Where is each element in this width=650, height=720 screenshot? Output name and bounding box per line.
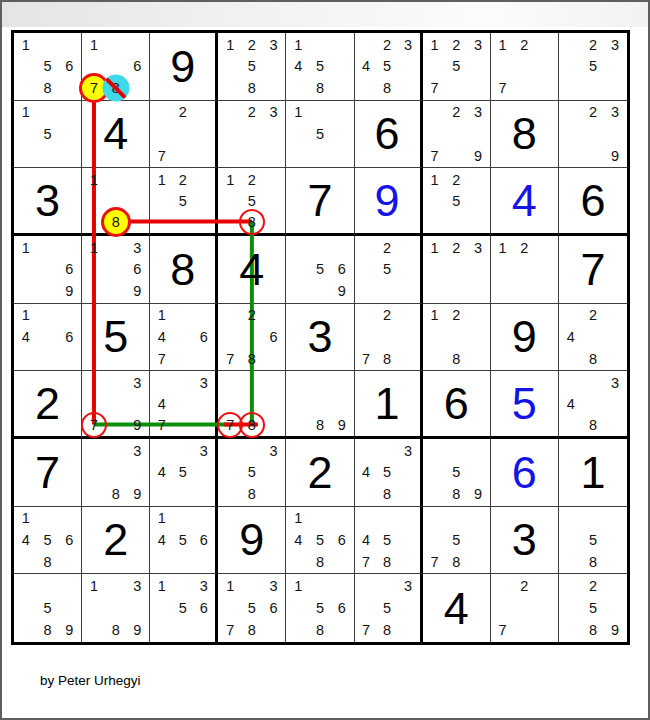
cell-r7c3[interactable]: 345 xyxy=(150,439,218,507)
cell-r4c8[interactable]: 12 xyxy=(491,236,559,304)
candidate: 2 xyxy=(452,172,460,188)
candidate-slot xyxy=(424,508,446,530)
cell-r2c6[interactable]: 6 xyxy=(355,101,423,169)
candidate: 5 xyxy=(248,600,256,616)
candidate-slot: 5 xyxy=(37,56,59,78)
candidate-slot xyxy=(560,619,582,641)
candidate: 6 xyxy=(270,329,278,345)
candidate: 7 xyxy=(226,417,234,433)
candidate: 6 xyxy=(200,329,208,345)
cell-r3c1[interactable]: 3 xyxy=(14,168,82,236)
cell-r7c6[interactable]: 3458 xyxy=(355,439,423,507)
candidate-slot: 4 xyxy=(15,326,37,348)
candidate-slot: 4 xyxy=(287,529,309,551)
candidate-slot xyxy=(241,575,263,597)
candidate-slot: 8 xyxy=(241,211,263,232)
candidate-slot: 8 xyxy=(105,483,127,505)
candidate: 3 xyxy=(474,240,482,256)
candidate-slot xyxy=(377,440,398,462)
cell-r6c5[interactable]: 89 xyxy=(286,371,354,439)
candidate: 8 xyxy=(112,486,120,502)
candidate-slot: 8 xyxy=(309,551,331,573)
candidate: 7 xyxy=(362,622,370,638)
candidate-slot xyxy=(309,393,331,414)
cell-r2c2[interactable]: 4 xyxy=(82,101,150,169)
candidate: 4 xyxy=(362,58,370,74)
candidate-slot: 4 xyxy=(151,462,172,484)
cell-r7c4[interactable]: 358 xyxy=(218,439,286,507)
candidate-slot: 3 xyxy=(263,575,285,597)
candidate: 5 xyxy=(589,600,597,616)
candidate: 3 xyxy=(133,443,141,459)
candidate-grid: 1568 xyxy=(287,575,352,641)
candidate-slot xyxy=(172,145,193,167)
candidate-slot xyxy=(582,372,604,393)
candidate-slot: 2 xyxy=(582,305,604,327)
candidate: 4 xyxy=(158,532,166,548)
candidate-slot xyxy=(83,259,105,281)
candidate-slot: 3 xyxy=(398,34,419,56)
cell-r3c3[interactable]: 125 xyxy=(150,168,218,236)
candidate-slot xyxy=(15,597,37,619)
cell-r7c9[interactable]: 1 xyxy=(559,439,627,507)
candidate: 6 xyxy=(65,261,73,277)
candidate: 1 xyxy=(22,240,30,256)
candidate-grid: 2379 xyxy=(424,102,489,167)
candidate: 1 xyxy=(430,307,438,323)
candidate-slot xyxy=(331,393,353,414)
candidate: 4 xyxy=(294,58,302,74)
candidate-slot xyxy=(467,169,489,190)
candidate: 4 xyxy=(567,396,575,412)
candidate-slot xyxy=(424,211,446,232)
cell-r4c6[interactable]: 25 xyxy=(355,236,423,304)
candidate-slot: 3 xyxy=(467,237,489,259)
candidate: 6 xyxy=(65,329,73,345)
cell-r6c1[interactable]: 2 xyxy=(14,371,82,439)
candidate-slot: 8 xyxy=(582,551,604,573)
cell-r1c5[interactable]: 1458 xyxy=(286,33,354,101)
candidate: 2 xyxy=(520,37,528,53)
candidate: 1 xyxy=(294,37,302,53)
cell-r1c8[interactable]: 127 xyxy=(491,33,559,101)
candidate-slot: 2 xyxy=(377,34,398,56)
cell-value: 6 xyxy=(375,111,400,156)
candidate-slot xyxy=(58,145,80,167)
cell-r3c8[interactable]: 4 xyxy=(491,168,559,236)
candidate-slot: 5 xyxy=(445,190,467,211)
cell-r8c7[interactable]: 578 xyxy=(423,507,491,575)
candidate-slot xyxy=(241,440,263,462)
cell-r9c4[interactable]: 135678 xyxy=(218,574,286,642)
cell-r2c1[interactable]: 15 xyxy=(14,101,82,169)
candidate: 3 xyxy=(611,104,619,120)
cell-r5c3[interactable]: 1467 xyxy=(150,304,218,372)
candidate-slot xyxy=(193,508,214,530)
cell-r3c5[interactable]: 7 xyxy=(286,168,354,236)
cell-r9c3[interactable]: 1356 xyxy=(150,574,218,642)
cell-r9c1[interactable]: 589 xyxy=(14,574,82,642)
candidate: 7 xyxy=(226,351,234,367)
cell-r5c4[interactable]: 2678 xyxy=(218,304,286,372)
candidate-slot: 5 xyxy=(37,123,59,145)
candidate-slot: 8 xyxy=(377,551,398,573)
cell-r6c4[interactable]: 78 xyxy=(218,371,286,439)
candidate-slot xyxy=(172,414,193,435)
candidate-slot: 6 xyxy=(58,56,80,78)
cell-value: 2 xyxy=(307,450,332,495)
candidate-slot xyxy=(604,575,626,597)
candidate-slot: 5 xyxy=(377,56,398,78)
candidate-slot xyxy=(424,123,446,145)
candidate-slot xyxy=(309,508,331,530)
candidate-grid: 3458 xyxy=(356,440,419,505)
cell-r3c2[interactable]: 18 xyxy=(82,168,150,236)
candidate-slot xyxy=(83,597,105,619)
cell-r8c5[interactable]: 14568 xyxy=(286,507,354,575)
candidate-slot xyxy=(445,145,467,167)
candidate-slot: 9 xyxy=(58,619,80,641)
cell-r3c9[interactable]: 6 xyxy=(559,168,627,236)
candidate-slot xyxy=(58,508,80,530)
candidate-slot xyxy=(219,102,241,124)
candidate-grid: 12358 xyxy=(219,34,284,99)
cell-r4c5[interactable]: 569 xyxy=(286,236,354,304)
cell-value: 4 xyxy=(444,586,469,631)
cell-r5c1[interactable]: 146 xyxy=(14,304,82,372)
candidate-slot xyxy=(263,77,285,99)
candidate-slot: 5 xyxy=(172,529,193,551)
candidate-slot: 2 xyxy=(377,237,398,259)
candidate-slot: 7 xyxy=(356,619,377,641)
candidate-grid: 23458 xyxy=(356,34,419,99)
cell-r8c2[interactable]: 2 xyxy=(82,507,150,575)
cell-value: 6 xyxy=(444,381,469,426)
cell-r7c7[interactable]: 589 xyxy=(423,439,491,507)
candidate-grid: 248 xyxy=(560,305,626,370)
candidate-slot xyxy=(287,393,309,414)
candidate-slot xyxy=(560,56,582,78)
cell-r1c9[interactable]: 235 xyxy=(559,33,627,101)
cell-r1c1[interactable]: 1568 xyxy=(14,33,82,101)
cell-r8c6[interactable]: 4578 xyxy=(355,507,423,575)
cell-r1c6[interactable]: 23458 xyxy=(355,33,423,101)
candidate: 8 xyxy=(316,622,324,638)
candidate: 4 xyxy=(567,329,575,345)
candidate-slot xyxy=(105,575,127,597)
candidate: 2 xyxy=(452,37,460,53)
candidate-slot xyxy=(219,190,241,211)
candidate-slot: 3 xyxy=(127,237,149,259)
cell-r8c1[interactable]: 14568 xyxy=(14,507,82,575)
candidate: 5 xyxy=(383,600,391,616)
cell-r2c7[interactable]: 2379 xyxy=(423,101,491,169)
cell-r2c4[interactable]: 23 xyxy=(218,101,286,169)
candidate: 6 xyxy=(270,600,278,616)
candidate-slot: 4 xyxy=(356,462,377,484)
candidate-slot: 1 xyxy=(83,237,105,259)
cell-r8c4[interactable]: 9 xyxy=(218,507,286,575)
candidate: 2 xyxy=(589,37,597,53)
candidate: 3 xyxy=(200,443,208,459)
candidate-slot: 1 xyxy=(287,34,309,56)
cell-r1c4[interactable]: 12358 xyxy=(218,33,286,101)
candidate-slot xyxy=(560,575,582,597)
candidate-slot xyxy=(263,190,285,211)
candidate-slot: 8 xyxy=(105,211,127,232)
candidate-slot xyxy=(331,237,353,259)
candidate-slot xyxy=(560,123,582,145)
candidate-slot: 8 xyxy=(241,348,263,370)
candidate-slot xyxy=(193,483,214,505)
candidate-slot: 6 xyxy=(331,597,353,619)
candidate: 7 xyxy=(158,148,166,164)
cell-r3c4[interactable]: 1258 xyxy=(218,168,286,236)
candidate-slot xyxy=(105,280,127,302)
cell-r8c9[interactable]: 58 xyxy=(559,507,627,575)
candidate-slot xyxy=(398,483,419,505)
cell-r9c6[interactable]: 3578 xyxy=(355,574,423,642)
candidate-slot: 9 xyxy=(604,145,626,167)
candidate-slot: 4 xyxy=(560,393,582,414)
candidate: 5 xyxy=(316,126,324,142)
candidate-slot xyxy=(398,619,419,641)
candidate-slot: 2 xyxy=(582,575,604,597)
cell-r1c7[interactable]: 12357 xyxy=(423,33,491,101)
candidate-grid: 345 xyxy=(151,440,214,505)
cell-r6c8[interactable]: 5 xyxy=(491,371,559,439)
cell-value: 8 xyxy=(512,111,537,156)
cell-r9c5[interactable]: 1568 xyxy=(286,574,354,642)
candidate-slot xyxy=(467,259,489,281)
candidate-slot xyxy=(604,77,626,99)
candidate-grid: 12 xyxy=(492,237,557,302)
candidate-grid: 127 xyxy=(492,34,557,99)
candidate-slot xyxy=(127,77,149,99)
cell-r3c6[interactable]: 9 xyxy=(355,168,423,236)
candidate-slot xyxy=(356,575,377,597)
cell-r4c2[interactable]: 1369 xyxy=(82,236,150,304)
candidate-slot xyxy=(424,280,446,302)
candidate-slot xyxy=(263,414,285,435)
candidate-grid: 239 xyxy=(560,102,626,167)
cell-r4c9[interactable]: 7 xyxy=(559,236,627,304)
candidate-slot xyxy=(513,619,535,641)
cell-r5c7[interactable]: 128 xyxy=(423,304,491,372)
cell-r5c2[interactable]: 5 xyxy=(82,304,150,372)
cell-r4c4[interactable]: 4 xyxy=(218,236,286,304)
candidate-slot xyxy=(151,190,172,211)
candidate-slot xyxy=(37,34,59,56)
candidate: 1 xyxy=(90,240,98,256)
cell-value: 4 xyxy=(239,247,264,292)
candidate-slot: 8 xyxy=(377,348,398,370)
candidate-slot: 7 xyxy=(356,348,377,370)
cell-r8c3[interactable]: 1456 xyxy=(150,507,218,575)
candidate: 7 xyxy=(90,80,98,96)
cell-r1c2[interactable]: 1678 xyxy=(82,33,150,101)
candidate-slot xyxy=(356,237,377,259)
candidate: 1 xyxy=(90,578,98,594)
candidate: 9 xyxy=(338,417,346,433)
candidate-slot xyxy=(309,145,331,167)
candidate-grid: 2678 xyxy=(219,305,284,370)
cell-r7c8[interactable]: 6 xyxy=(491,439,559,507)
cell-r7c2[interactable]: 389 xyxy=(82,439,150,507)
candidate-slot xyxy=(535,77,557,99)
cell-r4c3[interactable]: 8 xyxy=(150,236,218,304)
cell-r9c7[interactable]: 4 xyxy=(423,574,491,642)
cell-r5c6[interactable]: 278 xyxy=(355,304,423,372)
candidate-slot: 9 xyxy=(331,280,353,302)
candidate: 4 xyxy=(22,329,30,345)
cell-r9c9[interactable]: 2589 xyxy=(559,574,627,642)
candidate-slot xyxy=(193,414,214,435)
candidate-slot: 8 xyxy=(445,348,467,370)
candidate-slot xyxy=(309,102,331,124)
cell-r2c8[interactable]: 8 xyxy=(491,101,559,169)
candidate: 1 xyxy=(226,37,234,53)
candidate-slot xyxy=(445,280,467,302)
candidate-slot xyxy=(263,462,285,484)
candidate-slot xyxy=(445,508,467,530)
candidate-slot xyxy=(172,575,193,597)
candidate-slot xyxy=(467,440,489,462)
candidate: 8 xyxy=(383,622,391,638)
candidate-slot xyxy=(513,597,535,619)
candidate-slot: 5 xyxy=(241,56,263,78)
candidate-slot: 5 xyxy=(37,529,59,551)
candidate-slot xyxy=(398,529,419,551)
candidate-slot: 6 xyxy=(127,259,149,281)
candidate-slot xyxy=(287,597,309,619)
candidate: 8 xyxy=(452,351,460,367)
candidate: 5 xyxy=(316,58,324,74)
candidate-slot xyxy=(287,237,309,259)
candidate-slot xyxy=(582,326,604,348)
candidate-slot: 8 xyxy=(241,414,263,435)
candidate-slot: 2 xyxy=(513,34,535,56)
candidate: 5 xyxy=(179,193,187,209)
candidate-slot: 8 xyxy=(105,77,127,99)
candidate: 2 xyxy=(589,104,597,120)
candidate-slot xyxy=(15,348,37,370)
candidate-slot: 5 xyxy=(172,190,193,211)
cell-r2c9[interactable]: 239 xyxy=(559,101,627,169)
cell-value: 7 xyxy=(580,247,605,292)
cell-r4c7[interactable]: 123 xyxy=(423,236,491,304)
candidate-slot xyxy=(398,56,419,78)
cell-r1c3[interactable]: 9 xyxy=(150,33,218,101)
candidate-slot: 2 xyxy=(582,102,604,124)
candidate-grid: 1258 xyxy=(219,169,284,232)
candidate-slot: 3 xyxy=(398,440,419,462)
candidate: 8 xyxy=(316,417,324,433)
candidate-slot xyxy=(241,372,263,393)
candidate-slot: 9 xyxy=(127,619,149,641)
candidate-slot xyxy=(193,169,214,190)
candidate: 3 xyxy=(133,240,141,256)
candidate-slot: 8 xyxy=(445,483,467,505)
candidate-slot xyxy=(492,597,514,619)
candidate-slot xyxy=(263,483,285,505)
candidate: 6 xyxy=(65,58,73,74)
candidate-slot xyxy=(172,348,193,370)
cell-r6c7[interactable]: 6 xyxy=(423,371,491,439)
cell-r5c5[interactable]: 3 xyxy=(286,304,354,372)
cell-r8c8[interactable]: 3 xyxy=(491,507,559,575)
candidate-slot xyxy=(83,280,105,302)
cell-r9c2[interactable]: 1389 xyxy=(82,574,150,642)
candidate-grid: 58 xyxy=(560,508,626,573)
candidate: 1 xyxy=(430,37,438,53)
candidate-slot: 1 xyxy=(83,34,105,56)
candidate-slot: 5 xyxy=(37,597,59,619)
candidate-slot xyxy=(467,551,489,573)
cell-r3c7[interactable]: 125 xyxy=(423,168,491,236)
candidate: 8 xyxy=(589,417,597,433)
candidate-slot xyxy=(15,619,37,641)
candidate-slot xyxy=(15,280,37,302)
candidate-slot xyxy=(15,56,37,78)
cell-value: 5 xyxy=(103,314,128,359)
candidate-slot xyxy=(172,305,193,327)
candidate: 1 xyxy=(499,37,507,53)
candidate-slot xyxy=(445,123,467,145)
candidate: 5 xyxy=(44,600,52,616)
candidate-slot xyxy=(287,280,309,302)
candidate: 9 xyxy=(133,283,141,299)
candidate-slot xyxy=(105,169,127,190)
cell-r5c9[interactable]: 248 xyxy=(559,304,627,372)
candidate-slot xyxy=(560,529,582,551)
candidate: 1 xyxy=(158,578,166,594)
candidate: 2 xyxy=(452,104,460,120)
candidate-slot xyxy=(467,462,489,484)
cell-r4c1[interactable]: 169 xyxy=(14,236,82,304)
candidate-slot: 6 xyxy=(263,597,285,619)
candidate: 2 xyxy=(179,172,187,188)
candidate-slot: 3 xyxy=(127,372,149,393)
candidate-slot xyxy=(219,483,241,505)
cell-r6c6[interactable]: 1 xyxy=(355,371,423,439)
candidate-slot xyxy=(105,393,127,414)
candidate-slot xyxy=(151,619,172,641)
candidate-grid: 12357 xyxy=(424,34,489,99)
candidate: 4 xyxy=(158,464,166,480)
header-bar xyxy=(2,2,648,27)
cell-r2c5[interactable]: 15 xyxy=(286,101,354,169)
candidate-slot: 5 xyxy=(241,462,263,484)
cell-r5c8[interactable]: 9 xyxy=(491,304,559,372)
cell-r6c2[interactable]: 379 xyxy=(82,371,150,439)
cell-r7c1[interactable]: 7 xyxy=(14,439,82,507)
candidate-slot xyxy=(582,508,604,530)
cell-r9c8[interactable]: 27 xyxy=(491,574,559,642)
cell-r6c9[interactable]: 348 xyxy=(559,371,627,439)
cell-r6c3[interactable]: 347 xyxy=(150,371,218,439)
candidate-slot xyxy=(492,575,514,597)
cell-r2c3[interactable]: 27 xyxy=(150,101,218,169)
candidate: 1 xyxy=(294,578,302,594)
candidate: 8 xyxy=(248,214,256,230)
candidate: 5 xyxy=(383,532,391,548)
candidate-slot: 7 xyxy=(151,414,172,435)
credit-text: by Peter Urhegyi xyxy=(40,673,141,688)
cell-r7c5[interactable]: 2 xyxy=(286,439,354,507)
candidate-slot xyxy=(535,575,557,597)
candidate-slot xyxy=(37,102,59,124)
